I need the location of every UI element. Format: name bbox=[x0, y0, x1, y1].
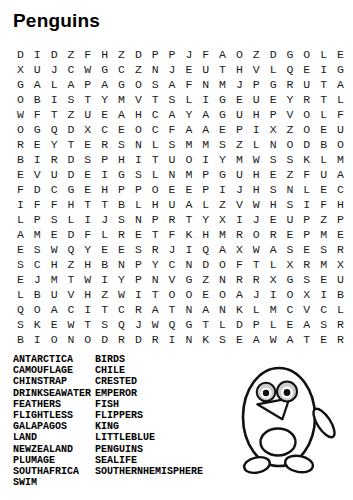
grid-cell[interactable]: I bbox=[231, 212, 248, 227]
grid-cell[interactable]: V bbox=[248, 62, 265, 77]
grid-cell[interactable]: S bbox=[113, 212, 130, 227]
grid-cell[interactable]: Y bbox=[147, 257, 164, 272]
grid-cell[interactable]: E bbox=[298, 242, 315, 257]
grid-cell[interactable]: S bbox=[12, 257, 29, 272]
grid-cell[interactable]: E bbox=[315, 272, 332, 287]
grid-cell[interactable]: T bbox=[63, 137, 80, 152]
grid-cell[interactable]: S bbox=[265, 152, 282, 167]
grid-cell[interactable]: G bbox=[180, 317, 197, 332]
grid-cell[interactable]: E bbox=[96, 242, 113, 257]
grid-cell[interactable]: C bbox=[282, 302, 299, 317]
grid-cell[interactable]: A bbox=[12, 227, 29, 242]
grid-cell[interactable]: Z bbox=[130, 62, 147, 77]
grid-cell[interactable]: O bbox=[12, 122, 29, 137]
grid-cell[interactable]: F bbox=[29, 107, 46, 122]
grid-cell[interactable]: X bbox=[231, 242, 248, 257]
grid-cell[interactable]: A bbox=[332, 167, 349, 182]
grid-cell[interactable]: P bbox=[332, 212, 349, 227]
grid-cell[interactable]: H bbox=[63, 197, 80, 212]
grid-cell[interactable]: A bbox=[113, 107, 130, 122]
grid-cell[interactable]: S bbox=[164, 92, 181, 107]
grid-cell[interactable]: O bbox=[298, 107, 315, 122]
grid-cell[interactable]: M bbox=[315, 227, 332, 242]
grid-cell[interactable]: W bbox=[79, 62, 96, 77]
grid-cell[interactable]: E bbox=[214, 122, 231, 137]
grid-cell[interactable]: Q bbox=[63, 242, 80, 257]
grid-cell[interactable]: Y bbox=[197, 212, 214, 227]
grid-cell[interactable]: O bbox=[12, 92, 29, 107]
grid-cell[interactable]: T bbox=[315, 92, 332, 107]
grid-cell[interactable]: M bbox=[231, 152, 248, 167]
grid-cell[interactable]: S bbox=[315, 242, 332, 257]
grid-cell[interactable]: A bbox=[282, 332, 299, 347]
grid-cell[interactable]: Q bbox=[46, 122, 63, 137]
grid-cell[interactable]: C bbox=[147, 122, 164, 137]
grid-cell[interactable]: C bbox=[63, 62, 80, 77]
grid-cell[interactable]: B bbox=[29, 287, 46, 302]
grid-cell[interactable]: I bbox=[130, 152, 147, 167]
grid-cell[interactable]: U bbox=[164, 152, 181, 167]
grid-cell[interactable]: T bbox=[147, 152, 164, 167]
grid-cell[interactable]: R bbox=[147, 242, 164, 257]
grid-cell[interactable]: S bbox=[29, 242, 46, 257]
grid-cell[interactable]: P bbox=[197, 167, 214, 182]
grid-cell[interactable]: N bbox=[180, 302, 197, 317]
grid-cell[interactable]: K bbox=[197, 332, 214, 347]
grid-cell[interactable]: R bbox=[298, 257, 315, 272]
grid-cell[interactable]: E bbox=[282, 227, 299, 242]
grid-cell[interactable]: D bbox=[130, 47, 147, 62]
grid-cell[interactable]: E bbox=[315, 332, 332, 347]
grid-cell[interactable]: J bbox=[46, 62, 63, 77]
grid-cell[interactable]: N bbox=[282, 182, 299, 197]
grid-cell[interactable]: W bbox=[113, 287, 130, 302]
grid-cell[interactable]: H bbox=[248, 182, 265, 197]
grid-cell[interactable]: O bbox=[180, 152, 197, 167]
grid-cell[interactable]: U bbox=[231, 107, 248, 122]
grid-cell[interactable]: E bbox=[113, 242, 130, 257]
grid-cell[interactable]: B bbox=[332, 287, 349, 302]
grid-cell[interactable]: C bbox=[113, 302, 130, 317]
grid-cell[interactable]: N bbox=[265, 137, 282, 152]
grid-cell[interactable]: J bbox=[130, 317, 147, 332]
grid-cell[interactable]: M bbox=[214, 227, 231, 242]
grid-cell[interactable]: D bbox=[298, 137, 315, 152]
grid-cell[interactable]: T bbox=[96, 302, 113, 317]
grid-cell[interactable]: U bbox=[282, 212, 299, 227]
grid-cell[interactable]: C bbox=[147, 107, 164, 122]
grid-cell[interactable]: J bbox=[231, 182, 248, 197]
grid-cell[interactable]: D bbox=[63, 167, 80, 182]
grid-cell[interactable]: O bbox=[214, 257, 231, 272]
grid-cell[interactable]: E bbox=[315, 122, 332, 137]
grid-cell[interactable]: J bbox=[164, 62, 181, 77]
grid-cell[interactable]: O bbox=[332, 137, 349, 152]
grid-cell[interactable]: R bbox=[113, 227, 130, 242]
grid-cell[interactable]: T bbox=[214, 62, 231, 77]
grid-cell[interactable]: A bbox=[197, 107, 214, 122]
grid-cell[interactable]: Y bbox=[96, 92, 113, 107]
grid-cell[interactable]: T bbox=[147, 92, 164, 107]
grid-cell[interactable]: F bbox=[332, 107, 349, 122]
grid-cell[interactable]: N bbox=[147, 272, 164, 287]
grid-cell[interactable]: T bbox=[248, 257, 265, 272]
grid-cell[interactable]: E bbox=[332, 227, 349, 242]
grid-cell[interactable]: C bbox=[46, 182, 63, 197]
grid-cell[interactable]: S bbox=[96, 317, 113, 332]
grid-cell[interactable]: S bbox=[214, 332, 231, 347]
grid-cell[interactable]: S bbox=[113, 137, 130, 152]
grid-cell[interactable]: B bbox=[29, 92, 46, 107]
grid-cell[interactable]: H bbox=[130, 107, 147, 122]
grid-cell[interactable]: Z bbox=[63, 107, 80, 122]
grid-cell[interactable]: P bbox=[248, 317, 265, 332]
grid-cell[interactable]: S bbox=[265, 182, 282, 197]
grid-cell[interactable]: P bbox=[248, 77, 265, 92]
grid-cell[interactable]: L bbox=[147, 137, 164, 152]
grid-cell[interactable]: T bbox=[96, 197, 113, 212]
grid-cell[interactable]: N bbox=[130, 212, 147, 227]
grid-cell[interactable]: P bbox=[164, 47, 181, 62]
grid-cell[interactable]: O bbox=[298, 122, 315, 137]
grid-cell[interactable]: T bbox=[315, 77, 332, 92]
grid-cell[interactable]: M bbox=[113, 92, 130, 107]
grid-cell[interactable]: I bbox=[214, 182, 231, 197]
grid-cell[interactable]: H bbox=[248, 107, 265, 122]
grid-cell[interactable]: U bbox=[298, 77, 315, 92]
grid-cell[interactable]: C bbox=[96, 122, 113, 137]
grid-cell[interactable]: G bbox=[214, 107, 231, 122]
grid-cell[interactable]: V bbox=[63, 287, 80, 302]
grid-cell[interactable]: L bbox=[214, 317, 231, 332]
grid-cell[interactable]: G bbox=[214, 167, 231, 182]
grid-cell[interactable]: Z bbox=[214, 197, 231, 212]
grid-cell[interactable]: P bbox=[96, 152, 113, 167]
grid-cell[interactable]: U bbox=[332, 122, 349, 137]
grid-cell[interactable]: Z bbox=[197, 272, 214, 287]
grid-cell[interactable]: I bbox=[315, 287, 332, 302]
grid-cell[interactable]: T bbox=[147, 287, 164, 302]
grid-cell[interactable]: P bbox=[79, 77, 96, 92]
grid-cell[interactable]: P bbox=[29, 212, 46, 227]
grid-cell[interactable]: Q bbox=[197, 242, 214, 257]
grid-cell[interactable]: L bbox=[315, 107, 332, 122]
grid-cell[interactable]: T bbox=[79, 92, 96, 107]
grid-cell[interactable]: T bbox=[180, 212, 197, 227]
grid-cell[interactable]: L bbox=[96, 227, 113, 242]
grid-cell[interactable]: Y bbox=[180, 107, 197, 122]
grid-cell[interactable]: Z bbox=[282, 122, 299, 137]
grid-cell[interactable]: Y bbox=[46, 137, 63, 152]
grid-cell[interactable]: R bbox=[231, 272, 248, 287]
grid-cell[interactable]: H bbox=[46, 257, 63, 272]
grid-cell[interactable]: Q bbox=[164, 317, 181, 332]
grid-cell[interactable]: E bbox=[12, 167, 29, 182]
grid-cell[interactable]: L bbox=[46, 77, 63, 92]
grid-cell[interactable]: G bbox=[29, 122, 46, 137]
grid-cell[interactable]: F bbox=[298, 167, 315, 182]
grid-cell[interactable]: O bbox=[231, 47, 248, 62]
grid-cell[interactable]: T bbox=[79, 317, 96, 332]
grid-cell[interactable]: R bbox=[231, 227, 248, 242]
grid-cell[interactable]: L bbox=[130, 197, 147, 212]
grid-cell[interactable]: P bbox=[113, 182, 130, 197]
grid-cell[interactable]: I bbox=[29, 332, 46, 347]
grid-cell[interactable]: A bbox=[164, 107, 181, 122]
grid-cell[interactable]: M bbox=[197, 137, 214, 152]
grid-cell[interactable]: E bbox=[231, 332, 248, 347]
grid-cell[interactable]: B bbox=[12, 332, 29, 347]
grid-cell[interactable]: W bbox=[265, 332, 282, 347]
grid-cell[interactable]: H bbox=[79, 287, 96, 302]
grid-cell[interactable]: Z bbox=[63, 257, 80, 272]
grid-cell[interactable]: F bbox=[197, 47, 214, 62]
grid-cell[interactable]: C bbox=[63, 302, 80, 317]
grid-cell[interactable]: H bbox=[147, 197, 164, 212]
grid-cell[interactable]: E bbox=[332, 47, 349, 62]
grid-cell[interactable]: T bbox=[79, 197, 96, 212]
grid-cell[interactable]: R bbox=[332, 332, 349, 347]
grid-cell[interactable]: R bbox=[113, 332, 130, 347]
grid-cell[interactable]: E bbox=[96, 107, 113, 122]
grid-cell[interactable]: M bbox=[29, 227, 46, 242]
grid-cell[interactable]: M bbox=[315, 257, 332, 272]
grid-cell[interactable]: H bbox=[79, 257, 96, 272]
grid-cell[interactable]: E bbox=[12, 242, 29, 257]
grid-cell[interactable]: P bbox=[231, 122, 248, 137]
grid-cell[interactable]: M bbox=[214, 77, 231, 92]
grid-cell[interactable]: F bbox=[164, 122, 181, 137]
grid-cell[interactable]: U bbox=[46, 167, 63, 182]
grid-cell[interactable]: W bbox=[46, 242, 63, 257]
grid-cell[interactable]: R bbox=[12, 137, 29, 152]
grid-cell[interactable]: L bbox=[248, 137, 265, 152]
grid-cell[interactable]: A bbox=[180, 197, 197, 212]
grid-cell[interactable]: O bbox=[282, 137, 299, 152]
grid-cell[interactable]: D bbox=[46, 47, 63, 62]
grid-cell[interactable]: A bbox=[46, 302, 63, 317]
grid-cell[interactable]: S bbox=[12, 317, 29, 332]
grid-cell[interactable]: V bbox=[298, 302, 315, 317]
grid-cell[interactable]: B bbox=[113, 197, 130, 212]
grid-cell[interactable]: P bbox=[197, 182, 214, 197]
grid-cell[interactable]: U bbox=[29, 62, 46, 77]
grid-cell[interactable]: O bbox=[46, 332, 63, 347]
grid-cell[interactable]: R bbox=[46, 152, 63, 167]
grid-cell[interactable]: O bbox=[298, 47, 315, 62]
grid-cell[interactable]: N bbox=[63, 332, 80, 347]
grid-cell[interactable]: S bbox=[298, 272, 315, 287]
grid-cell[interactable]: E bbox=[282, 317, 299, 332]
grid-cell[interactable]: R bbox=[282, 77, 299, 92]
grid-cell[interactable]: I bbox=[248, 122, 265, 137]
grid-cell[interactable]: Z bbox=[113, 47, 130, 62]
grid-cell[interactable]: X bbox=[214, 212, 231, 227]
grid-cell[interactable]: W bbox=[248, 242, 265, 257]
grid-cell[interactable]: H bbox=[332, 197, 349, 212]
grid-cell[interactable]: K bbox=[231, 302, 248, 317]
grid-cell[interactable]: A bbox=[214, 242, 231, 257]
grid-cell[interactable]: N bbox=[147, 62, 164, 77]
grid-cell[interactable]: G bbox=[180, 272, 197, 287]
grid-cell[interactable]: N bbox=[180, 257, 197, 272]
grid-cell[interactable]: O bbox=[164, 287, 181, 302]
grid-cell[interactable]: E bbox=[265, 92, 282, 107]
grid-cell[interactable]: A bbox=[248, 332, 265, 347]
grid-cell[interactable]: X bbox=[12, 62, 29, 77]
grid-cell[interactable]: N bbox=[180, 332, 197, 347]
grid-cell[interactable]: I bbox=[180, 242, 197, 257]
grid-cell[interactable]: F bbox=[180, 77, 197, 92]
grid-cell[interactable]: A bbox=[96, 77, 113, 92]
grid-cell[interactable]: F bbox=[231, 257, 248, 272]
grid-cell[interactable]: L bbox=[248, 302, 265, 317]
grid-cell[interactable]: S bbox=[315, 317, 332, 332]
grid-cell[interactable]: A bbox=[164, 77, 181, 92]
grid-cell[interactable]: A bbox=[265, 242, 282, 257]
grid-cell[interactable]: T bbox=[298, 332, 315, 347]
grid-cell[interactable]: I bbox=[79, 302, 96, 317]
grid-cell[interactable]: J bbox=[248, 287, 265, 302]
grid-cell[interactable]: H bbox=[197, 227, 214, 242]
grid-cell[interactable]: U bbox=[79, 107, 96, 122]
grid-cell[interactable]: G bbox=[63, 182, 80, 197]
grid-cell[interactable]: E bbox=[180, 62, 197, 77]
grid-cell[interactable]: E bbox=[79, 182, 96, 197]
grid-cell[interactable]: P bbox=[298, 212, 315, 227]
grid-cell[interactable]: B bbox=[315, 137, 332, 152]
grid-cell[interactable]: R bbox=[130, 302, 147, 317]
grid-cell[interactable]: I bbox=[29, 47, 46, 62]
grid-cell[interactable]: I bbox=[46, 92, 63, 107]
grid-cell[interactable]: O bbox=[29, 302, 46, 317]
grid-cell[interactable]: H bbox=[113, 152, 130, 167]
grid-cell[interactable]: R bbox=[265, 227, 282, 242]
grid-cell[interactable]: F bbox=[29, 197, 46, 212]
grid-cell[interactable]: E bbox=[113, 122, 130, 137]
grid-cell[interactable]: G bbox=[96, 62, 113, 77]
grid-cell[interactable]: L bbox=[298, 182, 315, 197]
grid-cell[interactable]: E bbox=[265, 212, 282, 227]
grid-cell[interactable]: W bbox=[79, 272, 96, 287]
grid-cell[interactable]: G bbox=[214, 92, 231, 107]
grid-cell[interactable]: D bbox=[265, 47, 282, 62]
grid-cell[interactable]: K bbox=[180, 227, 197, 242]
grid-cell[interactable]: U bbox=[197, 62, 214, 77]
grid-cell[interactable]: Z bbox=[248, 47, 265, 62]
grid-cell[interactable]: S bbox=[46, 212, 63, 227]
grid-cell[interactable]: U bbox=[315, 167, 332, 182]
grid-cell[interactable]: H bbox=[265, 197, 282, 212]
grid-cell[interactable]: R bbox=[147, 332, 164, 347]
grid-cell[interactable]: V bbox=[231, 197, 248, 212]
grid-cell[interactable]: L bbox=[265, 62, 282, 77]
grid-cell[interactable]: R bbox=[298, 92, 315, 107]
grid-cell[interactable]: H bbox=[248, 167, 265, 182]
grid-cell[interactable]: O bbox=[130, 77, 147, 92]
grid-cell[interactable]: G bbox=[282, 47, 299, 62]
grid-cell[interactable]: I bbox=[79, 212, 96, 227]
grid-cell[interactable]: E bbox=[46, 227, 63, 242]
grid-cell[interactable]: Y bbox=[113, 272, 130, 287]
grid-cell[interactable]: E bbox=[46, 317, 63, 332]
grid-cell[interactable]: U bbox=[164, 197, 181, 212]
grid-cell[interactable]: E bbox=[29, 137, 46, 152]
grid-cell[interactable]: P bbox=[265, 107, 282, 122]
grid-cell[interactable]: I bbox=[197, 92, 214, 107]
grid-cell[interactable]: L bbox=[332, 92, 349, 107]
grid-cell[interactable]: L bbox=[12, 287, 29, 302]
grid-cell[interactable]: M bbox=[332, 152, 349, 167]
grid-cell[interactable]: F bbox=[79, 227, 96, 242]
grid-cell[interactable]: Q bbox=[113, 317, 130, 332]
grid-cell[interactable]: S bbox=[130, 167, 147, 182]
grid-cell[interactable]: P bbox=[130, 257, 147, 272]
grid-cell[interactable]: A bbox=[29, 77, 46, 92]
grid-cell[interactable]: J bbox=[248, 212, 265, 227]
grid-cell[interactable]: I bbox=[96, 272, 113, 287]
grid-cell[interactable]: Q bbox=[282, 62, 299, 77]
grid-cell[interactable]: O bbox=[180, 287, 197, 302]
grid-cell[interactable]: F bbox=[46, 197, 63, 212]
grid-cell[interactable]: J bbox=[164, 242, 181, 257]
grid-cell[interactable]: W bbox=[147, 317, 164, 332]
grid-cell[interactable]: A bbox=[298, 317, 315, 332]
grid-cell[interactable]: W bbox=[248, 152, 265, 167]
grid-cell[interactable]: X bbox=[298, 287, 315, 302]
grid-cell[interactable]: F bbox=[12, 182, 29, 197]
grid-cell[interactable]: J bbox=[29, 272, 46, 287]
grid-cell[interactable]: I bbox=[96, 167, 113, 182]
grid-cell[interactable]: U bbox=[46, 287, 63, 302]
grid-cell[interactable]: I bbox=[130, 287, 147, 302]
grid-cell[interactable]: L bbox=[197, 197, 214, 212]
grid-cell[interactable]: D bbox=[63, 152, 80, 167]
grid-cell[interactable]: E bbox=[164, 182, 181, 197]
grid-cell[interactable]: C bbox=[164, 257, 181, 272]
grid-cell[interactable]: H bbox=[231, 62, 248, 77]
grid-cell[interactable]: F bbox=[315, 197, 332, 212]
grid-cell[interactable]: Z bbox=[315, 212, 332, 227]
grid-cell[interactable]: I bbox=[298, 197, 315, 212]
grid-cell[interactable]: E bbox=[298, 62, 315, 77]
grid-cell[interactable]: Y bbox=[214, 152, 231, 167]
grid-cell[interactable]: G bbox=[113, 77, 130, 92]
grid-cell[interactable]: E bbox=[130, 227, 147, 242]
grid-cell[interactable]: P bbox=[147, 47, 164, 62]
grid-cell[interactable]: A bbox=[332, 77, 349, 92]
grid-cell[interactable]: D bbox=[12, 47, 29, 62]
grid-cell[interactable]: T bbox=[164, 302, 181, 317]
grid-cell[interactable]: O bbox=[214, 287, 231, 302]
grid-cell[interactable]: A bbox=[214, 47, 231, 62]
grid-cell[interactable]: R bbox=[332, 317, 349, 332]
grid-cell[interactable]: X bbox=[265, 122, 282, 137]
grid-cell[interactable]: P bbox=[298, 227, 315, 242]
grid-cell[interactable]: E bbox=[79, 167, 96, 182]
grid-cell[interactable]: H bbox=[96, 47, 113, 62]
grid-cell[interactable]: L bbox=[265, 257, 282, 272]
grid-cell[interactable]: E bbox=[265, 167, 282, 182]
grid-cell[interactable]: O bbox=[248, 227, 265, 242]
grid-cell[interactable]: I bbox=[265, 287, 282, 302]
grid-cell[interactable]: Q bbox=[12, 302, 29, 317]
grid-cell[interactable]: U bbox=[231, 167, 248, 182]
grid-cell[interactable]: B bbox=[12, 152, 29, 167]
grid-cell[interactable]: X bbox=[332, 257, 349, 272]
grid-cell[interactable]: F bbox=[79, 47, 96, 62]
grid-cell[interactable]: W bbox=[12, 107, 29, 122]
